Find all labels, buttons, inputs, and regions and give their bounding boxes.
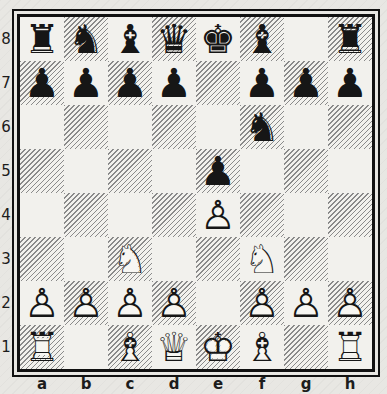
square-c5[interactable] — [108, 149, 152, 193]
square-f7[interactable]: ♟ — [240, 61, 284, 105]
square-g3[interactable] — [284, 237, 328, 281]
black-queen-icon: ♛ — [152, 17, 196, 61]
square-e1[interactable]: ♚♔ — [196, 325, 240, 369]
square-f8[interactable]: ♝ — [240, 17, 284, 61]
square-a1[interactable]: ♜♖ — [20, 325, 64, 369]
piece-black-king[interactable]: ♚ — [196, 17, 240, 61]
white-pawn-icon: ♙ — [108, 281, 152, 325]
square-f3[interactable]: ♞♘ — [240, 237, 284, 281]
piece-black-bishop[interactable]: ♝ — [108, 17, 152, 61]
piece-black-pawn[interactable]: ♟ — [196, 149, 240, 193]
piece-white-knight[interactable]: ♞♘ — [240, 237, 284, 281]
white-pawn-icon: ♙ — [240, 281, 284, 325]
white-king-icon: ♔ — [196, 325, 240, 369]
square-b8[interactable]: ♞ — [64, 17, 108, 61]
rank-label-5: 5 — [0, 149, 12, 193]
black-pawn-icon: ♟ — [328, 61, 372, 105]
square-f6[interactable]: ♞ — [240, 105, 284, 149]
square-d3[interactable] — [152, 237, 196, 281]
white-pawn-icon: ♙ — [64, 281, 108, 325]
black-pawn-icon: ♟ — [240, 61, 284, 105]
square-h6[interactable] — [328, 105, 372, 149]
square-c2[interactable]: ♟♙ — [108, 281, 152, 325]
white-queen-icon: ♕ — [152, 325, 196, 369]
square-c3[interactable]: ♞♘ — [108, 237, 152, 281]
black-rook-icon: ♜ — [20, 17, 64, 61]
black-pawn-icon: ♟ — [64, 61, 108, 105]
file-label-g: g — [284, 375, 328, 393]
piece-white-bishop[interactable]: ♝♗ — [108, 325, 152, 369]
piece-black-pawn[interactable]: ♟ — [284, 61, 328, 105]
black-king-icon: ♚ — [196, 17, 240, 61]
white-bishop-icon: ♗ — [108, 325, 152, 369]
square-e4[interactable]: ♟♙ — [196, 193, 240, 237]
square-h1[interactable]: ♜♖ — [328, 325, 372, 369]
square-d7[interactable]: ♟ — [152, 61, 196, 105]
black-pawn-icon: ♟ — [108, 61, 152, 105]
piece-white-pawn[interactable]: ♟♙ — [196, 193, 240, 237]
black-bishop-icon: ♝ — [108, 17, 152, 61]
piece-black-pawn[interactable]: ♟ — [108, 61, 152, 105]
file-label-a: a — [20, 375, 64, 393]
rank-label-7: 7 — [0, 61, 12, 105]
square-a8[interactable]: ♜ — [20, 17, 64, 61]
square-d1[interactable]: ♛♕ — [152, 325, 196, 369]
file-label-c: c — [108, 375, 152, 393]
piece-white-rook[interactable]: ♜♖ — [328, 325, 372, 369]
square-b4[interactable] — [64, 193, 108, 237]
chess-board: ♜♞♝♛♚♝♜♟♟♟♟♟♟♟♞♟♟♙♞♘♞♘♟♙♟♙♟♙♟♙♟♙♟♙♟♙♜♖♝♗… — [20, 17, 372, 369]
square-a4[interactable] — [20, 193, 64, 237]
black-pawn-icon: ♟ — [20, 61, 64, 105]
file-label-d: d — [152, 375, 196, 393]
square-d5[interactable] — [152, 149, 196, 193]
piece-black-pawn[interactable]: ♟ — [64, 61, 108, 105]
square-c4[interactable] — [108, 193, 152, 237]
square-g5[interactable] — [284, 149, 328, 193]
white-pawn-icon: ♙ — [20, 281, 64, 325]
piece-black-bishop[interactable]: ♝ — [240, 17, 284, 61]
black-rook-icon: ♜ — [328, 17, 372, 61]
square-g2[interactable]: ♟♙ — [284, 281, 328, 325]
file-label-f: f — [240, 375, 284, 393]
square-e2[interactable] — [196, 281, 240, 325]
white-pawn-icon: ♙ — [196, 193, 240, 237]
square-b5[interactable] — [64, 149, 108, 193]
square-f2[interactable]: ♟♙ — [240, 281, 284, 325]
white-knight-icon: ♘ — [240, 237, 284, 281]
chess-board-frame: ♜♞♝♛♚♝♜♟♟♟♟♟♟♟♞♟♟♙♞♘♞♘♟♙♟♙♟♙♟♙♟♙♟♙♟♙♜♖♝♗… — [12, 9, 380, 377]
square-g6[interactable] — [284, 105, 328, 149]
piece-white-knight[interactable]: ♞♘ — [108, 237, 152, 281]
square-b2[interactable]: ♟♙ — [64, 281, 108, 325]
square-h3[interactable] — [328, 237, 372, 281]
square-a5[interactable] — [20, 149, 64, 193]
square-f4[interactable] — [240, 193, 284, 237]
square-e7[interactable] — [196, 61, 240, 105]
black-knight-icon: ♞ — [240, 105, 284, 149]
white-knight-icon: ♘ — [108, 237, 152, 281]
square-b7[interactable]: ♟ — [64, 61, 108, 105]
square-c6[interactable] — [108, 105, 152, 149]
piece-black-rook[interactable]: ♜ — [20, 17, 64, 61]
square-a6[interactable] — [20, 105, 64, 149]
square-g8[interactable] — [284, 17, 328, 61]
piece-black-pawn[interactable]: ♟ — [240, 61, 284, 105]
rank-label-6: 6 — [0, 105, 12, 149]
square-h8[interactable]: ♜ — [328, 17, 372, 61]
file-label-h: h — [328, 375, 372, 393]
square-c7[interactable]: ♟ — [108, 61, 152, 105]
square-f1[interactable]: ♝♗ — [240, 325, 284, 369]
piece-black-pawn[interactable]: ♟ — [20, 61, 64, 105]
piece-white-pawn[interactable]: ♟♙ — [328, 281, 372, 325]
piece-black-rook[interactable]: ♜ — [328, 17, 372, 61]
square-d6[interactable] — [152, 105, 196, 149]
file-labels: abcdefgh — [20, 375, 372, 393]
piece-white-pawn[interactable]: ♟♙ — [64, 281, 108, 325]
square-a2[interactable]: ♟♙ — [20, 281, 64, 325]
black-pawn-icon: ♟ — [196, 149, 240, 193]
square-a7[interactable]: ♟ — [20, 61, 64, 105]
square-h4[interactable] — [328, 193, 372, 237]
square-b6[interactable] — [64, 105, 108, 149]
square-g7[interactable]: ♟ — [284, 61, 328, 105]
rank-label-2: 2 — [0, 281, 12, 325]
piece-black-knight[interactable]: ♞ — [240, 105, 284, 149]
square-d2[interactable]: ♟♙ — [152, 281, 196, 325]
square-c1[interactable]: ♝♗ — [108, 325, 152, 369]
piece-black-knight[interactable]: ♞ — [64, 17, 108, 61]
piece-white-rook[interactable]: ♜♖ — [20, 325, 64, 369]
rank-label-3: 3 — [0, 237, 12, 281]
rank-label-4: 4 — [0, 193, 12, 237]
black-pawn-icon: ♟ — [152, 61, 196, 105]
square-g1[interactable] — [284, 325, 328, 369]
piece-black-pawn[interactable]: ♟ — [152, 61, 196, 105]
square-b3[interactable] — [64, 237, 108, 281]
piece-white-pawn[interactable]: ♟♙ — [240, 281, 284, 325]
square-h2[interactable]: ♟♙ — [328, 281, 372, 325]
piece-white-queen[interactable]: ♛♕ — [152, 325, 196, 369]
black-pawn-icon: ♟ — [284, 61, 328, 105]
piece-white-pawn[interactable]: ♟♙ — [152, 281, 196, 325]
square-f5[interactable] — [240, 149, 284, 193]
square-e6[interactable] — [196, 105, 240, 149]
piece-white-pawn[interactable]: ♟♙ — [108, 281, 152, 325]
file-label-e: e — [196, 375, 240, 393]
file-label-b: b — [64, 375, 108, 393]
rank-label-8: 8 — [0, 17, 12, 61]
rank-label-1: 1 — [0, 325, 12, 369]
square-h7[interactable]: ♟ — [328, 61, 372, 105]
rank-labels: 87654321 — [0, 17, 12, 369]
black-knight-icon: ♞ — [64, 17, 108, 61]
piece-white-bishop[interactable]: ♝♗ — [240, 325, 284, 369]
white-pawn-icon: ♙ — [152, 281, 196, 325]
white-rook-icon: ♖ — [20, 325, 64, 369]
square-e3[interactable] — [196, 237, 240, 281]
white-rook-icon: ♖ — [328, 325, 372, 369]
square-e8[interactable]: ♚ — [196, 17, 240, 61]
square-b1[interactable] — [64, 325, 108, 369]
piece-white-pawn[interactable]: ♟♙ — [284, 281, 328, 325]
square-h5[interactable] — [328, 149, 372, 193]
white-bishop-icon: ♗ — [240, 325, 284, 369]
square-c8[interactable]: ♝ — [108, 17, 152, 61]
square-d8[interactable]: ♛ — [152, 17, 196, 61]
square-g4[interactable] — [284, 193, 328, 237]
square-e5[interactable]: ♟ — [196, 149, 240, 193]
piece-black-pawn[interactable]: ♟ — [328, 61, 372, 105]
square-a3[interactable] — [20, 237, 64, 281]
piece-black-queen[interactable]: ♛ — [152, 17, 196, 61]
white-pawn-icon: ♙ — [328, 281, 372, 325]
piece-white-pawn[interactable]: ♟♙ — [20, 281, 64, 325]
chess-board-inner-frame: ♜♞♝♛♚♝♜♟♟♟♟♟♟♟♞♟♟♙♞♘♞♘♟♙♟♙♟♙♟♙♟♙♟♙♟♙♜♖♝♗… — [17, 14, 375, 372]
white-pawn-icon: ♙ — [284, 281, 328, 325]
square-d4[interactable] — [152, 193, 196, 237]
black-bishop-icon: ♝ — [240, 17, 284, 61]
piece-white-king[interactable]: ♚♔ — [196, 325, 240, 369]
